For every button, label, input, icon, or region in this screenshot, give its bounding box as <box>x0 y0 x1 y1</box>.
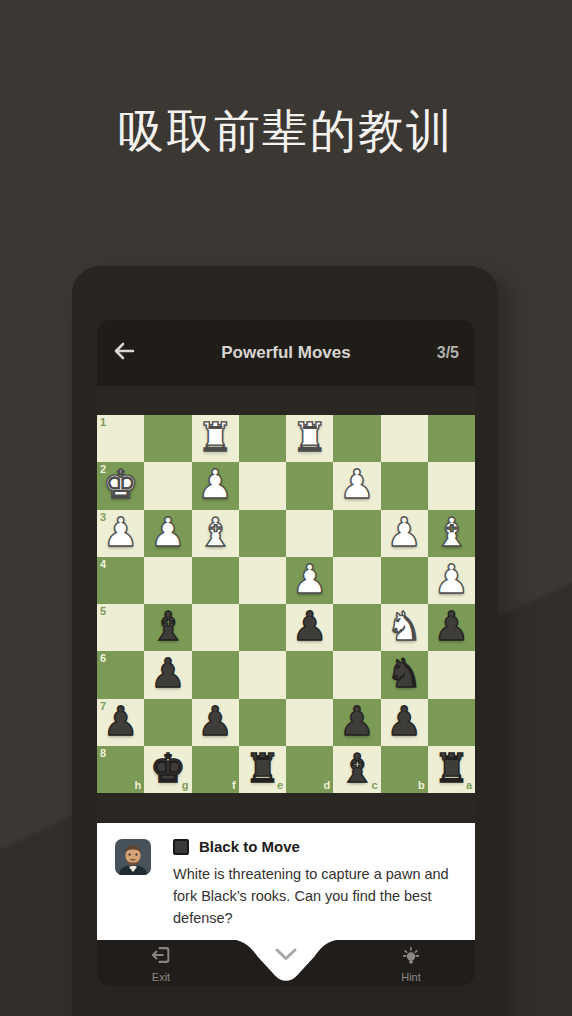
square-f4[interactable] <box>192 557 239 604</box>
black-pawn[interactable]: ♟ <box>386 701 422 741</box>
hint-label: Hint <box>401 971 421 983</box>
puzzle-progress: 3/5 <box>421 344 475 362</box>
black-knight[interactable]: ♞ <box>386 653 422 693</box>
bottom-toolbar: Exit Hint <box>97 940 475 986</box>
square-d7[interactable] <box>286 699 333 746</box>
square-a4[interactable]: ♟ <box>428 557 475 604</box>
black-square-icon <box>173 839 189 855</box>
collapse-notch[interactable] <box>226 939 346 985</box>
square-h1[interactable]: 1 <box>97 415 144 462</box>
phone-frame: Powerful Moves 3/5 1♜♜2♚♟♟3♟♟♝♟♝4♟♟5♝♟♞♟… <box>72 266 498 1016</box>
square-b3[interactable]: ♟ <box>381 510 428 557</box>
black-rook[interactable]: ♜ <box>433 748 469 788</box>
square-a5[interactable]: ♟ <box>428 604 475 651</box>
puzzle-text: White is threatening to capture a pawn a… <box>173 863 449 929</box>
square-f3[interactable]: ♝ <box>192 510 239 557</box>
puzzle-instructions: Black to Move White is threatening to ca… <box>173 836 449 940</box>
rank-label: 6 <box>100 653 106 664</box>
lightbulb-icon <box>400 944 422 970</box>
square-e8[interactable]: e♜ <box>239 746 286 793</box>
puzzle-panel: Black to Move White is threatening to ca… <box>97 823 475 940</box>
square-d3[interactable] <box>286 510 333 557</box>
white-pawn[interactable]: ♟ <box>433 559 469 599</box>
square-b4[interactable] <box>381 557 428 604</box>
square-d1[interactable]: ♜ <box>286 415 333 462</box>
white-king[interactable]: ♚ <box>103 464 139 504</box>
hero-title: 吸取前辈的教训 <box>0 104 572 159</box>
square-e3[interactable] <box>239 510 286 557</box>
square-d5[interactable]: ♟ <box>286 604 333 651</box>
exit-label: Exit <box>152 971 170 983</box>
square-h3[interactable]: 3♟ <box>97 510 144 557</box>
white-bishop[interactable]: ♝ <box>197 512 233 552</box>
rank-label: 2 <box>100 464 106 475</box>
square-g3[interactable]: ♟ <box>144 510 191 557</box>
rank-label: 3 <box>100 512 106 523</box>
square-g6[interactable]: ♟ <box>144 651 191 698</box>
square-b8[interactable]: b <box>381 746 428 793</box>
exit-button[interactable]: Exit <box>133 944 189 983</box>
black-pawn[interactable]: ♟ <box>433 606 469 646</box>
square-e5[interactable] <box>239 604 286 651</box>
square-a2[interactable] <box>428 462 475 509</box>
file-label: e <box>277 780 283 791</box>
square-f1[interactable]: ♜ <box>192 415 239 462</box>
black-king[interactable]: ♚ <box>150 748 186 788</box>
white-pawn[interactable]: ♟ <box>386 512 422 552</box>
square-h7[interactable]: 7♟ <box>97 699 144 746</box>
white-rook[interactable]: ♜ <box>197 417 233 457</box>
square-b1[interactable] <box>381 415 428 462</box>
square-g5[interactable]: ♝ <box>144 604 191 651</box>
file-label: a <box>466 780 472 791</box>
white-pawn[interactable]: ♟ <box>103 512 139 552</box>
square-d8[interactable]: d <box>286 746 333 793</box>
square-e4[interactable] <box>239 557 286 604</box>
square-d6[interactable] <box>286 651 333 698</box>
file-label: h <box>135 780 142 791</box>
square-f8[interactable]: f <box>192 746 239 793</box>
square-e7[interactable] <box>239 699 286 746</box>
board-top-gap <box>97 386 475 415</box>
square-h8[interactable]: 8h <box>97 746 144 793</box>
square-f5[interactable] <box>192 604 239 651</box>
square-c4[interactable] <box>333 557 380 604</box>
black-pawn[interactable]: ♟ <box>150 653 186 693</box>
app-header: Powerful Moves 3/5 <box>97 320 475 386</box>
square-f2[interactable]: ♟ <box>192 462 239 509</box>
black-pawn[interactable]: ♟ <box>292 606 328 646</box>
square-e2[interactable] <box>239 462 286 509</box>
square-b5[interactable]: ♞ <box>381 604 428 651</box>
rank-label: 5 <box>100 606 106 617</box>
black-bishop[interactable]: ♝ <box>339 748 375 788</box>
square-h6[interactable]: 6 <box>97 651 144 698</box>
white-bishop[interactable]: ♝ <box>433 512 469 552</box>
hint-button[interactable]: Hint <box>383 944 439 983</box>
square-h5[interactable]: 5 <box>97 604 144 651</box>
black-pawn[interactable]: ♟ <box>339 701 375 741</box>
square-g8[interactable]: g♚ <box>144 746 191 793</box>
black-pawn[interactable]: ♟ <box>103 701 139 741</box>
puzzle-text-line: fork Black’s rooks. Can you find the bes… <box>173 885 449 907</box>
white-rook[interactable]: ♜ <box>292 417 328 457</box>
coach-avatar <box>115 839 151 875</box>
puzzle-text-line: defense? <box>173 907 449 929</box>
square-d4[interactable]: ♟ <box>286 557 333 604</box>
square-a3[interactable]: ♝ <box>428 510 475 557</box>
square-a6[interactable] <box>428 651 475 698</box>
square-h2[interactable]: 2♚ <box>97 462 144 509</box>
square-b7[interactable]: ♟ <box>381 699 428 746</box>
to-move-label: Black to Move <box>199 838 300 855</box>
white-pawn[interactable]: ♟ <box>339 464 375 504</box>
file-label: f <box>232 780 236 791</box>
square-c2[interactable]: ♟ <box>333 462 380 509</box>
square-e6[interactable] <box>239 651 286 698</box>
puzzle-title: Powerful Moves <box>151 343 421 363</box>
square-c3[interactable] <box>333 510 380 557</box>
white-pawn[interactable]: ♟ <box>292 559 328 599</box>
exit-door-icon <box>150 944 172 970</box>
rank-label: 1 <box>100 417 106 428</box>
file-label: b <box>418 780 425 791</box>
square-a1[interactable] <box>428 415 475 462</box>
square-c5[interactable] <box>333 604 380 651</box>
white-pawn[interactable]: ♟ <box>197 464 233 504</box>
square-g7[interactable] <box>144 699 191 746</box>
square-f6[interactable] <box>192 651 239 698</box>
white-knight[interactable]: ♞ <box>386 606 422 646</box>
square-c6[interactable] <box>333 651 380 698</box>
rank-label: 8 <box>100 748 106 759</box>
puzzle-text-line: White is threatening to capture a pawn a… <box>173 863 449 885</box>
app-screen: Powerful Moves 3/5 1♜♜2♚♟♟3♟♟♝♟♝4♟♟5♝♟♞♟… <box>97 320 475 986</box>
square-f7[interactable]: ♟ <box>192 699 239 746</box>
rank-label: 4 <box>100 559 106 570</box>
square-b2[interactable] <box>381 462 428 509</box>
chess-board[interactable]: 1♜♜2♚♟♟3♟♟♝♟♝4♟♟5♝♟♞♟6♟♞7♟♟♟♟8hg♚fe♜dc♝b… <box>97 415 475 793</box>
arrow-left-icon <box>113 342 135 364</box>
square-g1[interactable] <box>144 415 191 462</box>
rank-label: 7 <box>100 701 106 712</box>
white-pawn[interactable]: ♟ <box>150 512 186 552</box>
square-c1[interactable] <box>333 415 380 462</box>
file-label: g <box>182 780 189 791</box>
black-bishop[interactable]: ♝ <box>150 606 186 646</box>
page: { "hero_title": "吸取前辈的教训", "header": { "… <box>0 0 572 1016</box>
square-c8[interactable]: c♝ <box>333 746 380 793</box>
board-bottom-gap <box>97 793 475 823</box>
black-rook[interactable]: ♜ <box>244 748 280 788</box>
square-e1[interactable] <box>239 415 286 462</box>
square-a7[interactable] <box>428 699 475 746</box>
file-label: c <box>371 780 377 791</box>
file-label: d <box>324 780 331 791</box>
square-g4[interactable] <box>144 557 191 604</box>
square-g2[interactable] <box>144 462 191 509</box>
square-h4[interactable]: 4 <box>97 557 144 604</box>
square-a8[interactable]: a♜ <box>428 746 475 793</box>
square-d2[interactable] <box>286 462 333 509</box>
back-button[interactable] <box>97 320 151 386</box>
square-b6[interactable]: ♞ <box>381 651 428 698</box>
square-c7[interactable]: ♟ <box>333 699 380 746</box>
black-pawn[interactable]: ♟ <box>197 701 233 741</box>
